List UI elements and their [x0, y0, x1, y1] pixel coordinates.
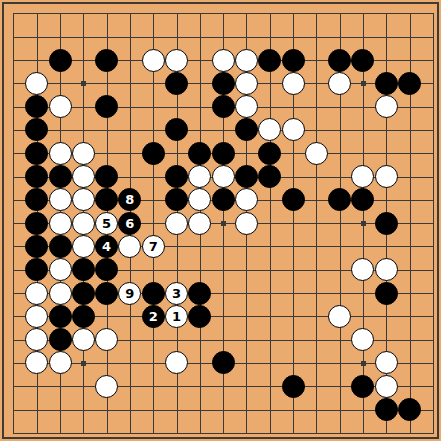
black-stone[interactable]	[49, 49, 72, 72]
black-stone[interactable]	[398, 398, 421, 421]
white-stone[interactable]	[235, 95, 258, 118]
white-stone[interactable]	[72, 212, 95, 235]
move-number-label: 7	[143, 236, 164, 257]
star-point	[361, 221, 366, 226]
star-point	[81, 361, 86, 366]
white-stone[interactable]	[49, 142, 72, 165]
white-stone[interactable]	[49, 282, 72, 305]
black-stone[interactable]	[282, 375, 305, 398]
black-stone[interactable]	[165, 72, 188, 95]
black-stone[interactable]	[282, 188, 305, 211]
white-stone[interactable]	[49, 258, 72, 281]
white-stone[interactable]	[375, 375, 398, 398]
black-stone[interactable]	[49, 305, 72, 328]
black-stone[interactable]	[188, 305, 211, 328]
black-stone[interactable]	[351, 375, 374, 398]
black-stone[interactable]	[328, 49, 351, 72]
white-stone[interactable]: 7	[142, 235, 165, 258]
white-stone[interactable]	[72, 328, 95, 351]
black-stone[interactable]: 8	[118, 188, 141, 211]
black-stone[interactable]	[398, 72, 421, 95]
black-stone[interactable]: 4	[95, 235, 118, 258]
star-point	[361, 81, 366, 86]
white-stone[interactable]	[25, 72, 48, 95]
grid-line-horizontal	[13, 410, 433, 411]
black-stone[interactable]	[351, 49, 374, 72]
black-stone[interactable]	[375, 212, 398, 235]
grid-line-vertical	[270, 13, 271, 433]
black-stone[interactable]	[95, 49, 118, 72]
black-stone[interactable]	[49, 165, 72, 188]
black-stone[interactable]	[95, 165, 118, 188]
white-stone[interactable]	[49, 212, 72, 235]
white-stone[interactable]: 5	[95, 212, 118, 235]
white-stone[interactable]	[212, 165, 235, 188]
white-stone[interactable]	[375, 165, 398, 188]
white-stone[interactable]	[95, 375, 118, 398]
black-stone[interactable]	[95, 282, 118, 305]
white-stone[interactable]	[282, 118, 305, 141]
black-stone[interactable]	[188, 142, 211, 165]
move-number-label: 3	[166, 283, 187, 304]
black-stone[interactable]	[25, 212, 48, 235]
white-stone[interactable]	[305, 142, 328, 165]
black-stone[interactable]	[25, 235, 48, 258]
black-stone[interactable]	[212, 142, 235, 165]
star-point	[81, 81, 86, 86]
black-stone[interactable]	[375, 72, 398, 95]
white-stone[interactable]	[25, 282, 48, 305]
black-stone[interactable]	[165, 165, 188, 188]
white-stone[interactable]	[375, 95, 398, 118]
white-stone[interactable]	[165, 49, 188, 72]
white-stone[interactable]	[49, 351, 72, 374]
black-stone[interactable]	[142, 142, 165, 165]
black-stone[interactable]	[375, 398, 398, 421]
white-stone[interactable]	[142, 49, 165, 72]
white-stone[interactable]	[328, 305, 351, 328]
black-stone[interactable]	[282, 49, 305, 72]
move-number-label: 5	[96, 213, 117, 234]
black-stone[interactable]	[212, 72, 235, 95]
white-stone[interactable]	[235, 72, 258, 95]
black-stone[interactable]	[142, 282, 165, 305]
black-stone[interactable]	[258, 49, 281, 72]
black-stone[interactable]	[212, 95, 235, 118]
move-number-label: 1	[166, 306, 187, 327]
white-stone[interactable]	[49, 95, 72, 118]
white-stone[interactable]	[375, 351, 398, 374]
white-stone[interactable]	[188, 212, 211, 235]
white-stone[interactable]	[328, 72, 351, 95]
move-number-label: 2	[143, 306, 164, 327]
white-stone[interactable]	[72, 235, 95, 258]
grid-line-horizontal	[13, 433, 433, 434]
black-stone[interactable]	[49, 328, 72, 351]
star-point	[221, 221, 226, 226]
black-stone[interactable]	[188, 282, 211, 305]
grid-line-vertical	[433, 13, 434, 433]
white-stone[interactable]	[165, 212, 188, 235]
black-stone[interactable]	[258, 142, 281, 165]
white-stone[interactable]	[282, 72, 305, 95]
black-stone[interactable]	[72, 282, 95, 305]
move-number-label: 4	[96, 236, 117, 257]
star-point	[361, 361, 366, 366]
black-stone[interactable]	[25, 142, 48, 165]
move-number-label: 6	[119, 213, 140, 234]
black-stone[interactable]	[72, 258, 95, 281]
black-stone[interactable]	[212, 351, 235, 374]
move-number-label: 8	[119, 189, 140, 210]
white-stone[interactable]	[212, 49, 235, 72]
white-stone[interactable]	[72, 142, 95, 165]
black-stone[interactable]: 2	[142, 305, 165, 328]
black-stone[interactable]	[375, 282, 398, 305]
white-stone[interactable]	[235, 212, 258, 235]
grid-line-vertical	[316, 13, 317, 433]
black-stone[interactable]: 6	[118, 212, 141, 235]
white-stone[interactable]: 1	[165, 305, 188, 328]
move-number-label: 9	[119, 283, 140, 304]
black-stone[interactable]	[49, 235, 72, 258]
white-stone[interactable]: 3	[165, 282, 188, 305]
black-stone[interactable]	[72, 305, 95, 328]
white-stone[interactable]	[25, 305, 48, 328]
white-stone[interactable]: 9	[118, 282, 141, 305]
black-stone[interactable]	[235, 165, 258, 188]
white-stone[interactable]	[72, 188, 95, 211]
go-board[interactable]: 856479321	[0, 0, 441, 441]
white-stone[interactable]	[49, 188, 72, 211]
white-stone[interactable]	[235, 49, 258, 72]
black-stone[interactable]	[212, 188, 235, 211]
white-stone[interactable]	[375, 258, 398, 281]
white-stone[interactable]	[72, 165, 95, 188]
